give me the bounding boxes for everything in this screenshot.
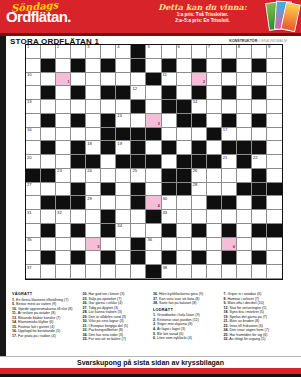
grid-cell[interactable]: [192, 128, 207, 142]
solution-letter-index: 4: [158, 205, 160, 209]
grid-cell[interactable]: 32: [56, 210, 71, 224]
grid-cell[interactable]: 38: [162, 265, 177, 279]
grid-cell[interactable]: [116, 210, 131, 224]
black-cell: [131, 238, 146, 252]
cell-number: 36: [147, 238, 152, 242]
black-cell: [71, 224, 86, 238]
grid-cell[interactable]: [41, 100, 56, 114]
black-cell: [267, 183, 282, 197]
grid-cell[interactable]: [146, 183, 161, 197]
grid-cell[interactable]: [86, 183, 101, 197]
grid-cell[interactable]: [101, 73, 116, 87]
grid-cell[interactable]: [237, 238, 252, 252]
grid-cell[interactable]: [26, 86, 41, 100]
grid-cell[interactable]: [101, 155, 116, 169]
grid-cell[interactable]: [41, 155, 56, 169]
page-edge: [0, 36, 6, 358]
grid-cell[interactable]: [192, 45, 207, 59]
black-cell: [192, 114, 207, 128]
black-cell: [41, 251, 56, 265]
black-cell: [192, 155, 207, 169]
grid-cell[interactable]: [177, 251, 192, 265]
grid-cell[interactable]: [267, 265, 282, 279]
grid-cell[interactable]: [116, 196, 131, 210]
grid-cell[interactable]: [101, 45, 116, 59]
black-cell: [162, 183, 177, 197]
cell-number: 19: [117, 142, 122, 146]
grid-cell[interactable]: [222, 45, 237, 59]
grid-cell[interactable]: [41, 265, 56, 279]
constructor-byline: KONSTRUKTÖR: LENA WIDMALM: [229, 39, 287, 43]
grid-cell[interactable]: 6: [177, 45, 192, 59]
grid-cell[interactable]: [267, 196, 282, 210]
black-cell: [267, 224, 282, 238]
grid-cell[interactable]: 35: [26, 238, 41, 252]
grid-cell[interactable]: [162, 45, 177, 59]
grid-cell[interactable]: 14: [192, 100, 207, 114]
grid-cell[interactable]: 19: [116, 141, 131, 155]
grid-cell[interactable]: 37: [26, 265, 41, 279]
black-cell: [71, 251, 86, 265]
grid-cell[interactable]: [237, 224, 252, 238]
grid-cell[interactable]: [267, 86, 282, 100]
grid-cell[interactable]: [101, 265, 116, 279]
black-cell: [146, 128, 161, 142]
grid-cell[interactable]: [192, 265, 207, 279]
grid-cell[interactable]: [71, 210, 86, 224]
black-cell: [101, 141, 116, 155]
grid-cell[interactable]: [207, 141, 222, 155]
grid-cell[interactable]: 33: [162, 210, 177, 224]
grid-cell[interactable]: [267, 169, 282, 183]
cell-number: 15: [117, 114, 122, 118]
black-cell: [101, 210, 116, 224]
grid-cell[interactable]: [162, 238, 177, 252]
grid-cell[interactable]: [26, 251, 41, 265]
grid-cell[interactable]: [267, 100, 282, 114]
black-cell: [192, 141, 207, 155]
grid-cell[interactable]: 8: [237, 45, 252, 59]
grid-cell[interactable]: [41, 238, 56, 252]
masthead: Söndags Ordflätan. Detta kan du vinna: 1…: [0, 0, 301, 36]
grid-cell[interactable]: [86, 114, 101, 128]
black-cell: [252, 196, 267, 210]
grid-cell[interactable]: 28: [192, 183, 207, 197]
grid-cell[interactable]: [56, 141, 71, 155]
grid-cell[interactable]: [177, 224, 192, 238]
cell-number: 27: [27, 183, 32, 187]
prize-info: Detta kan du vinna: 1:a pris: Två Trissl…: [150, 3, 255, 23]
grid-cell[interactable]: 17: [222, 128, 237, 142]
grid-cell[interactable]: [222, 265, 237, 279]
grid-cell[interactable]: [146, 141, 161, 155]
grid-cell[interactable]: [267, 141, 282, 155]
black-cell: [131, 155, 146, 169]
black-cell: [131, 128, 146, 142]
grid-cell[interactable]: [26, 59, 41, 73]
grid-cell[interactable]: [237, 59, 252, 73]
grid-cell[interactable]: [207, 210, 222, 224]
grid-cell[interactable]: [41, 45, 56, 59]
grid-cell[interactable]: 11: [162, 73, 177, 87]
grid-cell[interactable]: [177, 86, 192, 100]
grid-cell[interactable]: [237, 86, 252, 100]
grid-cell[interactable]: [237, 114, 252, 128]
grid-cell[interactable]: [177, 128, 192, 142]
cell-number: 30: [163, 197, 168, 201]
black-cell: [41, 169, 56, 183]
byline-label: KONSTRUKTÖR:: [229, 39, 258, 43]
black-cell: [162, 169, 177, 183]
grid-cell[interactable]: 3: [86, 45, 101, 59]
black-cell: [192, 59, 207, 73]
grid-cell[interactable]: [237, 100, 252, 114]
solution-letter-index: 6: [233, 246, 235, 250]
crossword-grid[interactable]: 1234567891011121213141531617181920212223…: [25, 44, 283, 280]
grid-cell[interactable]: [237, 210, 252, 224]
cell-number: 2: [57, 45, 59, 49]
grid-cell[interactable]: 31: [26, 210, 41, 224]
grid-cell[interactable]: [131, 73, 146, 87]
grid-cell[interactable]: [252, 128, 267, 142]
grid-cell[interactable]: 34: [116, 224, 131, 238]
black-cell: [131, 183, 146, 197]
grid-cell[interactable]: [237, 169, 252, 183]
cell-number: 37: [27, 266, 32, 270]
solution-cell[interactable]: 3: [146, 114, 161, 128]
black-cell: [71, 59, 86, 73]
black-cell: [41, 141, 56, 155]
clue: 6. Liten som nykläckt (4): [153, 336, 219, 340]
cell-number: 13: [27, 100, 32, 104]
solution-letter-index: 2: [203, 81, 205, 85]
clue: 17. Får prata på i radion (4): [12, 334, 78, 338]
grid-cell[interactable]: [252, 238, 267, 252]
black-cell: [71, 155, 86, 169]
grid-cell[interactable]: [146, 100, 161, 114]
grid-cell[interactable]: [207, 265, 222, 279]
grid-cell[interactable]: [56, 224, 71, 238]
black-cell: [101, 251, 116, 265]
grid-cell[interactable]: [177, 196, 192, 210]
grid-cell[interactable]: 36: [146, 238, 161, 252]
black-cell: [162, 224, 177, 238]
grid-cell[interactable]: [131, 265, 146, 279]
black-cell: [252, 141, 267, 155]
grid-cell[interactable]: [192, 210, 207, 224]
grid-cell[interactable]: [177, 73, 192, 87]
grid-cell[interactable]: 2: [56, 45, 71, 59]
black-cell: [222, 86, 237, 100]
grid-cell[interactable]: [207, 114, 222, 128]
black-cell: [131, 59, 146, 73]
grid-cell[interactable]: [207, 183, 222, 197]
cell-number: 16: [27, 128, 32, 132]
black-cell: [101, 59, 116, 73]
grid-cell[interactable]: [222, 73, 237, 87]
grid-cell[interactable]: 30: [162, 196, 177, 210]
grid-cell[interactable]: [56, 251, 71, 265]
grid-cell[interactable]: 10: [26, 73, 41, 87]
black-cell: [222, 251, 237, 265]
cell-number: 35: [27, 238, 32, 242]
cell-number: 38: [163, 266, 168, 270]
cell-number: 34: [117, 224, 122, 228]
black-cell: [252, 169, 267, 183]
grid-cell[interactable]: [222, 100, 237, 114]
grid-cell[interactable]: [177, 59, 192, 73]
grid-cell[interactable]: [207, 59, 222, 73]
grid-cell[interactable]: [56, 128, 71, 142]
black-cell: [116, 155, 131, 169]
grid-cell[interactable]: [131, 114, 146, 128]
cell-number: 6: [178, 45, 180, 49]
grid-cell[interactable]: 4: [116, 45, 131, 59]
black-cell: [41, 59, 56, 73]
grid-cell[interactable]: 16: [26, 128, 41, 142]
cell-number: 23: [57, 169, 62, 173]
grid-cell[interactable]: [267, 238, 282, 252]
grid-cell[interactable]: [252, 73, 267, 87]
grid-cell[interactable]: [207, 86, 222, 100]
black-cell: [177, 114, 192, 128]
grid-cell[interactable]: [252, 210, 267, 224]
grid-cell[interactable]: 5: [146, 45, 161, 59]
grid-cell[interactable]: [146, 59, 161, 73]
grid-cell[interactable]: [207, 73, 222, 87]
grid-cell[interactable]: [41, 183, 56, 197]
grid-cell[interactable]: [26, 224, 41, 238]
black-cell: [252, 224, 267, 238]
grid-cell[interactable]: [26, 196, 41, 210]
grid-cell[interactable]: 23: [56, 169, 71, 183]
grid-cell[interactable]: 1: [26, 45, 41, 59]
grid-cell[interactable]: [86, 128, 101, 142]
grid-cell[interactable]: [71, 73, 86, 87]
grid-cell[interactable]: [177, 238, 192, 252]
grid-cell[interactable]: 27: [26, 183, 41, 197]
grid-cell[interactable]: [267, 155, 282, 169]
grid-cell[interactable]: [146, 169, 161, 183]
solution-cell[interactable]: 4: [146, 196, 161, 210]
grid-cell[interactable]: [146, 251, 161, 265]
grid-cell[interactable]: [131, 224, 146, 238]
grid-cell[interactable]: [86, 224, 101, 238]
grid-cell[interactable]: [86, 251, 101, 265]
grid-cell[interactable]: 13: [26, 100, 41, 114]
grid-cell[interactable]: 22: [252, 155, 267, 169]
black-cell: [146, 210, 161, 224]
clue: 38. Satte fart på kalaset (8): [153, 301, 219, 305]
grid-cell[interactable]: [26, 114, 41, 128]
grid-cell[interactable]: [71, 238, 86, 252]
black-cell: [41, 86, 56, 100]
grid-cell[interactable]: [237, 265, 252, 279]
grid-cell[interactable]: [162, 128, 177, 142]
grid-cell[interactable]: [86, 100, 101, 114]
black-cell: [71, 183, 86, 197]
solution-cell[interactable]: 6: [222, 238, 237, 252]
grid-cell[interactable]: [41, 73, 56, 87]
black-cell: [131, 100, 146, 114]
grid-cell[interactable]: [177, 265, 192, 279]
black-cell: [101, 183, 116, 197]
grid-cell[interactable]: [41, 210, 56, 224]
black-cell: [252, 59, 267, 73]
black-cell: [71, 196, 86, 210]
grid-cell[interactable]: [162, 114, 177, 128]
grid-cell[interactable]: [56, 265, 71, 279]
black-cell: [86, 155, 101, 169]
black-cell: [252, 251, 267, 265]
grid-cell[interactable]: [116, 169, 131, 183]
grid-cell[interactable]: [267, 251, 282, 265]
grid-cell[interactable]: [116, 238, 131, 252]
cell-number: 11: [163, 73, 167, 77]
grid-cell[interactable]: [71, 169, 86, 183]
grid-cell[interactable]: 29: [86, 196, 101, 210]
grid-cell[interactable]: [116, 59, 131, 73]
grid-cell[interactable]: [116, 251, 131, 265]
cell-number: 31: [27, 211, 32, 215]
grid-cell[interactable]: [116, 73, 131, 87]
grid-cell[interactable]: [192, 238, 207, 252]
black-cell: [71, 86, 86, 100]
cell-number: 22: [253, 156, 258, 160]
grid-cell[interactable]: [267, 128, 282, 142]
grid-cell[interactable]: [267, 59, 282, 73]
grid-cell[interactable]: [237, 73, 252, 87]
grid-cell[interactable]: [86, 86, 101, 100]
grid-cell[interactable]: [86, 73, 101, 87]
black-cell: [101, 224, 116, 238]
black-cell: [41, 224, 56, 238]
grid-cell[interactable]: [116, 100, 131, 114]
grid-cell[interactable]: [252, 45, 267, 59]
grid-cell[interactable]: [267, 210, 282, 224]
grid-cell[interactable]: 24: [86, 169, 101, 183]
grid-cell[interactable]: [146, 224, 161, 238]
grid-cell[interactable]: [177, 141, 192, 155]
grid-cell[interactable]: [71, 265, 86, 279]
grid-cell[interactable]: [252, 100, 267, 114]
grid-cell[interactable]: [86, 265, 101, 279]
solution-cell[interactable]: 1: [56, 73, 71, 87]
black-cell: [237, 183, 252, 197]
grid-cell[interactable]: [267, 114, 282, 128]
clue: 35. Får oss att se bättre (7): [83, 337, 149, 341]
grid-cell[interactable]: [56, 59, 71, 73]
grid-cell[interactable]: [71, 100, 86, 114]
grid-cell[interactable]: [101, 100, 116, 114]
black-cell: [71, 114, 86, 128]
black-cell: [252, 183, 267, 197]
grid-cell[interactable]: [252, 265, 267, 279]
grid-cell[interactable]: [56, 100, 71, 114]
grid-cell[interactable]: [131, 210, 146, 224]
grid-cell[interactable]: [207, 224, 222, 238]
grid-cell[interactable]: [56, 155, 71, 169]
cell-number: 17: [223, 128, 228, 132]
grid-cell[interactable]: 9: [267, 45, 282, 59]
grid-cell[interactable]: 25: [131, 169, 146, 183]
grid-cell[interactable]: [56, 86, 71, 100]
solution-letter-index: 1: [67, 81, 69, 85]
crossword-page: Söndags Ordflätan. Detta kan du vinna: 1…: [0, 0, 301, 377]
grid-cell[interactable]: [71, 128, 86, 142]
grid-cell[interactable]: [177, 210, 192, 224]
prize-line-2: 2:a–5:a pris: En Trisslott.: [150, 18, 255, 24]
grid-cell[interactable]: [207, 238, 222, 252]
black-cell: [237, 141, 252, 155]
grid-cell[interactable]: [116, 183, 131, 197]
grid-cell[interactable]: [86, 59, 101, 73]
black-cell: [26, 169, 41, 183]
cell-number: 7: [208, 45, 210, 49]
grid-cell[interactable]: 7: [207, 45, 222, 59]
grid-cell[interactable]: [267, 73, 282, 87]
grid-cell[interactable]: [26, 141, 41, 155]
grid-cell[interactable]: [237, 196, 252, 210]
grid-cell[interactable]: [207, 169, 222, 183]
grid-cell[interactable]: 26: [192, 169, 207, 183]
grid-cell[interactable]: [162, 155, 177, 169]
grid-cell[interactable]: [41, 128, 56, 142]
grid-cell[interactable]: [222, 183, 237, 197]
grid-cell[interactable]: [192, 196, 207, 210]
cell-number: 32: [57, 211, 62, 215]
black-cell: [162, 59, 177, 73]
solution-cell[interactable]: 5: [86, 238, 101, 252]
black-cell: [41, 114, 56, 128]
cell-number: 26: [193, 169, 198, 173]
black-cell: [146, 265, 161, 279]
grid-cell[interactable]: [56, 238, 71, 252]
cell-number: 33: [163, 211, 168, 215]
black-cell: [101, 128, 116, 142]
byline-name: LENA WIDMALM: [259, 39, 287, 43]
grid-cell[interactable]: [101, 169, 116, 183]
grid-cell[interactable]: [71, 45, 86, 59]
grid-cell[interactable]: 20: [26, 155, 41, 169]
black-cell: [252, 114, 267, 128]
grid-cell[interactable]: [116, 265, 131, 279]
grid-cell[interactable]: [237, 128, 252, 142]
grid-cell[interactable]: [101, 196, 116, 210]
cell-number: 29: [87, 197, 92, 201]
grid-cell[interactable]: [207, 251, 222, 265]
grid-cell[interactable]: [86, 210, 101, 224]
grid-cell[interactable]: 21: [222, 155, 237, 169]
grid-cell[interactable]: [207, 100, 222, 114]
solution-cell[interactable]: 2: [192, 73, 207, 87]
grid-cell[interactable]: [237, 251, 252, 265]
grid-cell[interactable]: [56, 114, 71, 128]
black-cell: [192, 251, 207, 265]
grid-cell[interactable]: 15: [116, 114, 131, 128]
black-cell: [131, 251, 146, 265]
grid-cell[interactable]: 18: [86, 141, 101, 155]
grid-cell[interactable]: [56, 183, 71, 197]
grid-cell[interactable]: [101, 238, 116, 252]
grid-cell[interactable]: [222, 210, 237, 224]
grid-cell[interactable]: [222, 169, 237, 183]
cell-number: 8: [238, 45, 240, 49]
cell-number: 25: [132, 169, 137, 173]
grid-cell[interactable]: 12: [131, 86, 146, 100]
grid-cell[interactable]: [146, 86, 161, 100]
black-cell: [146, 155, 161, 169]
